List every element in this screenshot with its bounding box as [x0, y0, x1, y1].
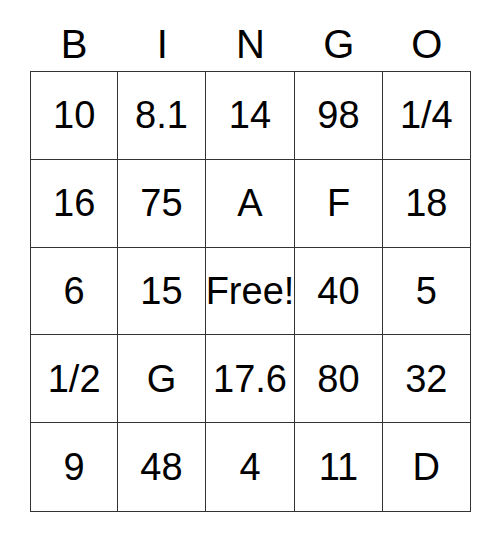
cell-r5c2[interactable]: 48	[118, 423, 205, 511]
cell-r3c2[interactable]: 15	[118, 248, 205, 336]
cell-r1c5[interactable]: 1/4	[383, 72, 470, 160]
cell-r4c1[interactable]: 1/2	[31, 335, 118, 423]
cell-r2c2[interactable]: 75	[118, 160, 205, 248]
cell-r4c3[interactable]: 17.6	[206, 335, 296, 423]
cell-r1c1[interactable]: 10	[31, 72, 118, 160]
cell-r5c4[interactable]: 11	[295, 423, 382, 511]
cell-r2c3[interactable]: A	[206, 160, 296, 248]
cell-r4c5[interactable]: 32	[383, 335, 470, 423]
cell-r2c1[interactable]: 16	[31, 160, 118, 248]
cell-r1c2[interactable]: 8.1	[118, 72, 205, 160]
cell-r3c5[interactable]: 5	[383, 248, 470, 336]
cell-r5c1[interactable]: 9	[31, 423, 118, 511]
cell-r2c4[interactable]: F	[295, 160, 382, 248]
bingo-card: B I N G O 10 8.1 14 98 1/4 16 75 A F 18 …	[0, 0, 500, 544]
header-letter-n: N	[206, 22, 294, 66]
free-cell[interactable]: Free!	[206, 248, 296, 336]
cell-r2c5[interactable]: 18	[383, 160, 470, 248]
bingo-board: 10 8.1 14 98 1/4 16 75 A F 18 6 15 Free!…	[30, 71, 471, 512]
cell-r1c3[interactable]: 14	[206, 72, 296, 160]
cell-r3c4[interactable]: 40	[295, 248, 382, 336]
header-letter-i: I	[118, 22, 206, 66]
cell-r5c3[interactable]: 4	[206, 423, 296, 511]
bingo-header: B I N G O	[30, 22, 471, 66]
cell-r1c4[interactable]: 98	[295, 72, 382, 160]
cell-r5c5[interactable]: D	[383, 423, 470, 511]
header-letter-g: G	[295, 22, 383, 66]
cell-r3c1[interactable]: 6	[31, 248, 118, 336]
cell-r4c2[interactable]: G	[118, 335, 205, 423]
header-letter-o: O	[383, 22, 471, 66]
cell-r4c4[interactable]: 80	[295, 335, 382, 423]
header-letter-b: B	[30, 22, 118, 66]
